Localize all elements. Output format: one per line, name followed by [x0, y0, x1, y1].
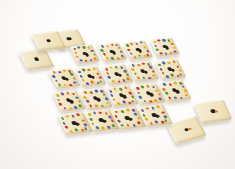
color-dot	[120, 66, 124, 69]
color-dot	[163, 84, 167, 87]
face-up-tile-r0-c1[interactable]	[70, 45, 101, 65]
color-dot	[174, 82, 178, 85]
black-dot	[45, 39, 51, 43]
color-dot	[107, 76, 111, 79]
color-dot	[100, 49, 103, 52]
color-dot	[81, 119, 85, 122]
color-dot	[52, 76, 56, 79]
color-dot	[84, 127, 88, 130]
color-dot	[152, 85, 156, 88]
color-dot	[126, 77, 130, 80]
color-dot	[92, 111, 96, 114]
color-dot	[86, 100, 90, 103]
color-dot	[135, 42, 138, 45]
color-dot	[88, 113, 92, 116]
color-dot	[115, 110, 119, 113]
color-dot	[169, 83, 173, 86]
face-up-tile-r1-c4[interactable]	[154, 59, 186, 80]
color-dot	[89, 104, 93, 107]
color-dot	[91, 81, 95, 84]
color-dot	[165, 53, 168, 56]
color-dot	[170, 74, 174, 77]
color-dot	[109, 66, 113, 69]
color-dot	[63, 107, 67, 110]
color-dot	[89, 91, 93, 94]
color-dot	[154, 45, 157, 48]
color-dot	[65, 125, 69, 128]
color-dot	[68, 84, 72, 87]
face-up-tile-r0-c3[interactable]	[123, 40, 154, 60]
color-dot	[167, 61, 171, 64]
color-dot	[154, 121, 158, 124]
face-down-top-left-lower[interactable]	[18, 48, 54, 69]
color-dot	[151, 107, 155, 110]
color-dot	[161, 111, 165, 114]
color-dot	[127, 48, 130, 51]
color-dot	[142, 77, 146, 80]
color-dot	[92, 67, 96, 70]
color-dot	[134, 55, 137, 58]
color-dot	[132, 64, 136, 67]
color-dot	[93, 54, 96, 57]
color-dot	[154, 99, 158, 102]
color-dot	[158, 97, 162, 100]
color-dot	[78, 100, 82, 103]
color-dot	[172, 60, 176, 63]
color-dot	[86, 82, 90, 85]
color-dot	[126, 124, 130, 127]
color-dot	[137, 64, 141, 67]
color-dot	[133, 124, 137, 127]
color-dot	[159, 52, 162, 55]
color-dot	[110, 119, 114, 122]
color-dot	[185, 94, 189, 97]
color-dot	[136, 87, 140, 90]
color-dot	[81, 79, 85, 82]
color-dot	[85, 60, 88, 63]
color-dot	[116, 57, 119, 60]
color-dot	[162, 39, 165, 42]
color-dot	[58, 71, 62, 74]
color-dot	[75, 96, 79, 99]
color-dot	[52, 72, 56, 75]
color-dot	[69, 129, 73, 132]
color-dot	[114, 66, 118, 69]
color-dot	[83, 91, 87, 94]
color-dot	[95, 126, 99, 129]
color-dot	[72, 77, 76, 80]
color-dot	[94, 104, 98, 107]
color-dot	[137, 77, 141, 80]
color-dot	[111, 124, 115, 127]
color-dot	[65, 114, 69, 117]
color-dot	[63, 84, 67, 87]
color-dot	[104, 112, 108, 115]
color-dot	[155, 49, 158, 52]
color-dot	[101, 104, 105, 107]
color-dot	[74, 106, 78, 109]
color-dot	[76, 56, 79, 59]
color-dot	[126, 108, 130, 111]
color-dot	[79, 104, 83, 107]
color-dot	[163, 115, 167, 118]
color-dot	[57, 84, 61, 87]
color-dot	[173, 50, 176, 53]
color-dot	[105, 68, 109, 71]
color-dot	[170, 43, 173, 46]
color-dot	[99, 80, 103, 83]
color-dot	[78, 47, 81, 50]
color-dot	[140, 41, 143, 44]
color-dot	[101, 127, 105, 130]
color-dot	[144, 118, 148, 121]
color-dot	[142, 114, 146, 117]
color-dot	[156, 106, 160, 109]
color-dot	[120, 55, 123, 58]
color-dot	[181, 86, 185, 89]
color-dot	[113, 98, 117, 101]
black-dot	[66, 37, 72, 41]
color-dot	[100, 90, 104, 93]
color-dot	[106, 72, 110, 75]
color-dot	[61, 116, 65, 119]
color-dot	[89, 118, 93, 121]
color-dot	[146, 50, 149, 53]
color-dot	[120, 124, 124, 127]
color-dot	[162, 88, 166, 91]
color-dot	[114, 88, 118, 91]
color-dot	[124, 86, 128, 89]
color-dot	[153, 41, 156, 44]
face-up-tile-r0-c4[interactable]	[150, 37, 181, 57]
color-dot	[162, 62, 166, 65]
color-dot	[123, 70, 127, 73]
color-dot	[137, 91, 141, 94]
color-dot	[105, 57, 108, 60]
color-dot	[143, 99, 147, 102]
color-dot	[121, 110, 125, 113]
color-dot	[140, 109, 144, 112]
color-dot	[140, 85, 144, 88]
color-dot	[138, 95, 142, 98]
color-dot	[157, 93, 161, 96]
color-dot	[152, 70, 156, 73]
color-dot	[155, 89, 159, 92]
color-dot	[55, 80, 59, 83]
color-dot	[103, 53, 106, 56]
color-dot	[117, 80, 121, 83]
accent-dot	[188, 128, 192, 131]
color-dot	[90, 59, 93, 62]
face-up-tile-r0-c2[interactable]	[97, 42, 128, 62]
color-dot	[71, 114, 75, 117]
color-dot	[137, 121, 141, 124]
color-dot	[99, 76, 103, 79]
color-dot	[73, 82, 77, 85]
color-dot	[88, 69, 92, 72]
color-dot	[126, 44, 129, 47]
black-dot	[33, 57, 39, 61]
color-dot	[168, 97, 172, 100]
color-dot	[145, 107, 149, 110]
color-dot	[173, 46, 176, 49]
color-dot	[111, 79, 115, 82]
color-dot	[72, 92, 76, 95]
color-dot	[83, 95, 87, 98]
color-dot	[179, 73, 183, 76]
color-dot	[157, 39, 160, 42]
color-dot	[66, 92, 70, 95]
color-dot	[132, 109, 136, 112]
color-dot	[74, 52, 77, 55]
accent-dot	[215, 109, 218, 111]
color-dot	[109, 90, 113, 93]
color-dot	[56, 94, 60, 97]
color-dot	[78, 71, 82, 74]
color-dot	[149, 122, 153, 125]
color-dot	[70, 73, 74, 76]
color-dot	[176, 65, 180, 68]
color-dot	[130, 52, 133, 55]
face-down-bottom-right-upper[interactable]	[194, 99, 233, 123]
color-dot	[98, 111, 102, 114]
color-dot	[131, 100, 135, 103]
color-dot	[117, 119, 121, 122]
color-dot	[144, 46, 147, 49]
color-dot	[84, 123, 88, 126]
color-dot	[100, 45, 103, 48]
color-dot	[111, 57, 114, 60]
color-dot	[130, 42, 133, 45]
color-dot	[73, 48, 76, 51]
color-dot	[75, 128, 79, 131]
color-dot	[152, 75, 156, 78]
color-dot	[119, 88, 123, 91]
color-dot	[61, 92, 65, 95]
color-dot	[159, 68, 163, 71]
color-dot	[165, 75, 169, 78]
color-dot	[102, 93, 106, 96]
color-dot	[134, 73, 138, 76]
color-dot	[80, 60, 83, 63]
color-dot	[184, 90, 188, 93]
color-dot	[158, 63, 162, 66]
color-dot	[57, 98, 61, 101]
color-dot	[146, 53, 149, 56]
memory-game-scene	[0, 0, 235, 169]
color-dot	[174, 97, 178, 100]
color-dot	[82, 69, 86, 72]
color-dot	[134, 112, 138, 115]
color-dot	[122, 101, 126, 104]
color-dot	[146, 85, 150, 88]
color-dot	[69, 107, 73, 110]
color-dot	[180, 97, 184, 100]
color-dot	[110, 94, 114, 97]
color-dot	[96, 73, 100, 76]
color-dot	[167, 40, 170, 43]
color-dot	[122, 79, 126, 82]
color-dot	[110, 43, 113, 46]
color-dot	[119, 51, 122, 54]
color-dot	[83, 46, 86, 49]
color-dot	[106, 45, 109, 48]
color-dot	[148, 77, 152, 80]
color-dot	[94, 58, 97, 61]
color-dot	[62, 70, 66, 73]
color-dot	[114, 115, 118, 118]
color-dot	[59, 103, 63, 106]
color-dot	[165, 92, 169, 95]
color-dot	[142, 63, 146, 66]
color-dot	[104, 97, 108, 100]
color-dot	[129, 92, 133, 95]
color-dot	[131, 69, 135, 72]
color-dot	[77, 113, 81, 116]
color-dot	[106, 126, 110, 129]
color-dot	[169, 52, 172, 55]
color-dot	[178, 69, 182, 72]
color-dot	[136, 116, 140, 119]
color-dot	[79, 75, 83, 78]
color-dot	[149, 100, 153, 103]
color-dot	[117, 47, 120, 50]
color-dot	[161, 71, 165, 74]
color-dot	[125, 73, 129, 76]
color-dot	[131, 96, 135, 99]
color-dot	[105, 101, 109, 104]
color-dot	[117, 102, 121, 105]
color-dot	[62, 121, 66, 124]
color-dot	[94, 89, 98, 92]
color-dot	[149, 66, 153, 69]
color-dot	[108, 116, 112, 119]
color-dot	[90, 122, 94, 125]
color-dot	[138, 54, 141, 57]
